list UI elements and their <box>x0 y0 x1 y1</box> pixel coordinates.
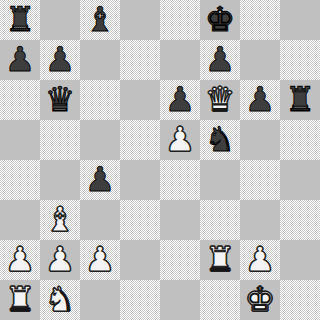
square-a7[interactable]: ♟ <box>0 40 40 80</box>
square-h5[interactable] <box>280 120 320 160</box>
square-f6[interactable]: ♛ <box>200 80 240 120</box>
piece-white-knight[interactable]: ♞ <box>45 280 75 319</box>
square-e3[interactable] <box>160 200 200 240</box>
square-f3[interactable] <box>200 200 240 240</box>
piece-black-rook[interactable]: ♜ <box>285 80 315 119</box>
square-c5[interactable] <box>80 120 120 160</box>
square-g8[interactable] <box>240 0 280 40</box>
square-e8[interactable] <box>160 0 200 40</box>
piece-black-queen[interactable]: ♛ <box>45 80 75 119</box>
square-h4[interactable] <box>280 160 320 200</box>
piece-black-bishop[interactable]: ♝ <box>85 0 115 39</box>
piece-black-pawn[interactable]: ♟ <box>245 80 275 119</box>
square-f4[interactable] <box>200 160 240 200</box>
square-b6[interactable]: ♛ <box>40 80 80 120</box>
square-d3[interactable] <box>120 200 160 240</box>
square-e4[interactable] <box>160 160 200 200</box>
square-b4[interactable] <box>40 160 80 200</box>
square-f1[interactable] <box>200 280 240 320</box>
square-b5[interactable] <box>40 120 80 160</box>
square-g2[interactable]: ♟ <box>240 240 280 280</box>
square-h8[interactable] <box>280 0 320 40</box>
piece-black-pawn[interactable]: ♟ <box>165 80 195 119</box>
square-c3[interactable] <box>80 200 120 240</box>
square-g5[interactable] <box>240 120 280 160</box>
square-g3[interactable] <box>240 200 280 240</box>
square-a8[interactable]: ♜ <box>0 0 40 40</box>
piece-white-pawn[interactable]: ♟ <box>85 240 115 279</box>
piece-white-king[interactable]: ♚ <box>245 280 275 319</box>
piece-black-king[interactable]: ♚ <box>205 0 235 39</box>
square-d7[interactable] <box>120 40 160 80</box>
square-h6[interactable]: ♜ <box>280 80 320 120</box>
square-c2[interactable]: ♟ <box>80 240 120 280</box>
square-c7[interactable] <box>80 40 120 80</box>
square-a1[interactable]: ♜ <box>0 280 40 320</box>
square-h1[interactable] <box>280 280 320 320</box>
square-a6[interactable] <box>0 80 40 120</box>
square-b7[interactable]: ♟ <box>40 40 80 80</box>
square-f8[interactable]: ♚ <box>200 0 240 40</box>
square-d2[interactable] <box>120 240 160 280</box>
square-g1[interactable]: ♚ <box>240 280 280 320</box>
piece-white-rook[interactable]: ♜ <box>5 280 35 319</box>
piece-black-pawn[interactable]: ♟ <box>5 40 35 79</box>
piece-black-rook[interactable]: ♜ <box>5 0 35 39</box>
square-h3[interactable] <box>280 200 320 240</box>
square-g6[interactable]: ♟ <box>240 80 280 120</box>
square-f2[interactable]: ♜ <box>200 240 240 280</box>
chess-board: ♜♝♚♟♟♟♛♟♛♟♜♟♞♟♝♟♟♟♜♟♜♞♚ <box>0 0 320 320</box>
square-c4[interactable]: ♟ <box>80 160 120 200</box>
piece-white-rook[interactable]: ♜ <box>205 240 235 279</box>
square-a2[interactable]: ♟ <box>0 240 40 280</box>
square-e5[interactable]: ♟ <box>160 120 200 160</box>
piece-white-pawn[interactable]: ♟ <box>165 120 195 159</box>
square-h2[interactable] <box>280 240 320 280</box>
piece-black-pawn[interactable]: ♟ <box>85 160 115 199</box>
piece-white-pawn[interactable]: ♟ <box>45 240 75 279</box>
square-f7[interactable]: ♟ <box>200 40 240 80</box>
square-d8[interactable] <box>120 0 160 40</box>
piece-black-pawn[interactable]: ♟ <box>205 40 235 79</box>
square-h7[interactable] <box>280 40 320 80</box>
square-b2[interactable]: ♟ <box>40 240 80 280</box>
square-a5[interactable] <box>0 120 40 160</box>
square-d6[interactable] <box>120 80 160 120</box>
square-a4[interactable] <box>0 160 40 200</box>
piece-black-knight[interactable]: ♞ <box>205 120 235 159</box>
square-d4[interactable] <box>120 160 160 200</box>
square-c8[interactable]: ♝ <box>80 0 120 40</box>
square-g7[interactable] <box>240 40 280 80</box>
square-a3[interactable] <box>0 200 40 240</box>
square-e1[interactable] <box>160 280 200 320</box>
piece-white-pawn[interactable]: ♟ <box>245 240 275 279</box>
square-b1[interactable]: ♞ <box>40 280 80 320</box>
piece-white-bishop[interactable]: ♝ <box>45 200 75 239</box>
square-c6[interactable] <box>80 80 120 120</box>
square-d1[interactable] <box>120 280 160 320</box>
square-b8[interactable] <box>40 0 80 40</box>
square-e7[interactable] <box>160 40 200 80</box>
square-d5[interactable] <box>120 120 160 160</box>
square-b3[interactable]: ♝ <box>40 200 80 240</box>
piece-white-queen[interactable]: ♛ <box>205 80 235 119</box>
square-e2[interactable] <box>160 240 200 280</box>
square-f5[interactable]: ♞ <box>200 120 240 160</box>
piece-white-pawn[interactable]: ♟ <box>5 240 35 279</box>
square-e6[interactable]: ♟ <box>160 80 200 120</box>
square-c1[interactable] <box>80 280 120 320</box>
piece-black-pawn[interactable]: ♟ <box>45 40 75 79</box>
square-g4[interactable] <box>240 160 280 200</box>
